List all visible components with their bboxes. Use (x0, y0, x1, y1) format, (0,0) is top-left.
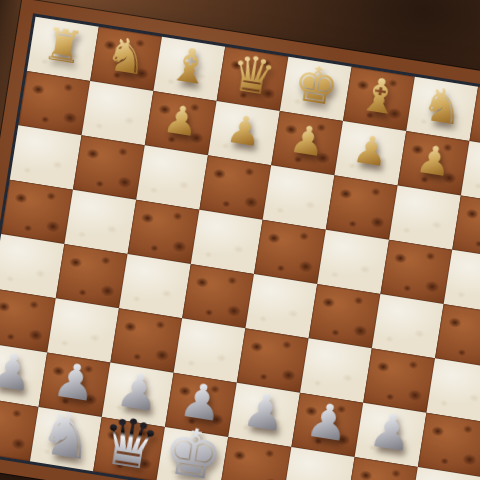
square-c6[interactable] (136, 145, 208, 209)
square-d7[interactable]: ♟ (208, 101, 280, 165)
square-d4[interactable] (182, 264, 254, 328)
square-b8[interactable]: ♞ (90, 27, 162, 91)
piece-brass-pawn[interactable]: ♟ (224, 108, 265, 152)
piece-brass-pawn[interactable]: ♟ (287, 118, 328, 162)
square-f7[interactable]: ♟ (334, 121, 406, 185)
square-d1[interactable]: ♚ (156, 427, 228, 480)
square-a7[interactable] (18, 71, 90, 135)
piece-nickel-pawn[interactable]: ♟ (0, 344, 37, 398)
square-c4[interactable] (119, 254, 191, 318)
square-h2[interactable] (418, 413, 480, 477)
photo-viewport: ♜♞♝♛♚♝♞♟♟♟♟♟♟♟♟♟♟♟♟♞♛♚ (0, 0, 480, 480)
piece-nickel-king[interactable]: ♚ (159, 417, 228, 480)
square-d6[interactable] (199, 155, 271, 219)
piece-brass-king[interactable]: ♚ (290, 57, 342, 113)
square-b4[interactable] (56, 244, 128, 308)
piece-nickel-pawn[interactable]: ♟ (240, 384, 290, 438)
square-a8[interactable]: ♜ (27, 17, 99, 81)
square-g6[interactable] (389, 185, 461, 249)
piece-brass-bishop[interactable]: ♝ (355, 69, 404, 122)
square-d8[interactable]: ♛ (217, 47, 289, 111)
square-e4[interactable] (245, 274, 317, 338)
square-f5[interactable] (317, 230, 389, 294)
square-e8[interactable]: ♚ (280, 57, 352, 121)
square-g2[interactable]: ♟ (355, 403, 427, 467)
square-b6[interactable] (73, 135, 145, 199)
square-g8[interactable]: ♞ (406, 77, 478, 141)
square-g5[interactable] (380, 240, 452, 304)
square-g4[interactable] (372, 294, 444, 358)
square-e6[interactable] (263, 165, 335, 229)
piece-brass-rook[interactable]: ♜ (40, 20, 87, 71)
square-c7[interactable]: ♟ (145, 91, 217, 155)
square-b5[interactable] (64, 190, 136, 254)
square-f6[interactable] (326, 175, 398, 239)
square-a6[interactable] (10, 125, 82, 189)
chess-board: ♜♞♝♛♚♝♞♟♟♟♟♟♟♟♟♟♟♟♟♞♛♚ (0, 0, 480, 480)
square-e5[interactable] (254, 220, 326, 284)
square-f2[interactable]: ♟ (291, 393, 363, 457)
piece-brass-pawn[interactable]: ♟ (161, 98, 202, 142)
square-b7[interactable] (82, 81, 154, 145)
piece-nickel-knight[interactable]: ♞ (35, 400, 99, 469)
piece-brass-knight[interactable]: ♞ (102, 29, 151, 82)
square-e7[interactable]: ♟ (271, 111, 343, 175)
square-b1[interactable]: ♞ (30, 407, 102, 471)
square-g7[interactable]: ♟ (398, 131, 470, 195)
square-c5[interactable] (128, 200, 200, 264)
piece-brass-pawn[interactable]: ♟ (350, 128, 391, 172)
square-f8[interactable]: ♝ (343, 67, 415, 131)
square-d5[interactable] (191, 210, 263, 274)
square-a4[interactable] (0, 234, 64, 298)
piece-brass-pawn[interactable]: ♟ (414, 138, 455, 182)
board-squares-grid: ♜♞♝♛♚♝♞♟♟♟♟♟♟♟♟♟♟♟♟♞♛♚ (0, 17, 480, 480)
square-e2[interactable]: ♟ (228, 383, 300, 447)
piece-nickel-black-crown-queen[interactable]: ♛ (96, 407, 165, 480)
square-c8[interactable]: ♝ (153, 37, 225, 101)
piece-brass-knight[interactable]: ♞ (418, 79, 467, 132)
piece-nickel-pawn[interactable]: ♟ (303, 394, 353, 448)
piece-brass-bishop[interactable]: ♝ (165, 39, 214, 92)
piece-nickel-pawn[interactable]: ♟ (366, 404, 416, 458)
piece-brass-queen[interactable]: ♛ (227, 47, 279, 103)
square-a5[interactable] (1, 180, 73, 244)
square-f4[interactable] (309, 284, 381, 348)
square-c1[interactable]: ♛ (93, 417, 165, 480)
